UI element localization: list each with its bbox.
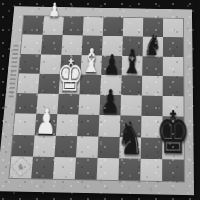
square-a5[interactable] — [17, 73, 39, 93]
square-e8[interactable] — [103, 17, 124, 36]
file-label-b: b — [40, 183, 43, 189]
file-label-c: c — [62, 183, 65, 189]
square-f8[interactable] — [123, 18, 143, 37]
square-c1[interactable] — [53, 157, 76, 179]
black-pawn-e5[interactable]: ♟ — [103, 51, 120, 78]
square-d8[interactable] — [83, 17, 104, 36]
square-a2[interactable] — [11, 134, 34, 156]
file-labels: abcdefgh — [8, 180, 184, 194]
photo-scene: ♞ ♟♞♝♟♝♚♟♟♞♚ abcdefgh 87654321 — [0, 0, 200, 200]
square-c3[interactable] — [56, 114, 78, 135]
square-d2[interactable] — [76, 136, 98, 158]
file-label-f: f — [128, 185, 131, 191]
black-knight-f1[interactable]: ♞ — [116, 116, 144, 162]
white-pawn-b2[interactable]: ♟ — [34, 103, 58, 139]
square-a7[interactable] — [21, 35, 43, 54]
square-h6[interactable] — [163, 56, 184, 76]
rank-label-8: 8 — [187, 26, 190, 31]
white-king-c4[interactable]: ♚ — [55, 53, 85, 98]
square-h7[interactable] — [163, 37, 183, 57]
black-bishop-f5[interactable]: ♝ — [122, 45, 143, 79]
file-label-e: e — [106, 184, 109, 190]
black-knight-g6[interactable]: ♞ — [144, 31, 162, 60]
square-a8[interactable] — [22, 16, 44, 35]
square-c2[interactable] — [54, 135, 77, 157]
logo-knight-icon: ♞ — [17, 163, 26, 172]
rank-label-7: 7 — [187, 45, 190, 50]
square-g5[interactable] — [142, 75, 163, 95]
square-b1[interactable] — [31, 156, 54, 178]
file-label-h: h — [171, 186, 174, 192]
file-label-a: a — [18, 182, 21, 188]
rank-label-5: 5 — [187, 84, 190, 89]
square-a4[interactable] — [15, 93, 38, 114]
board-corner-logo: ♞ — [10, 156, 32, 177]
rank-label-1: 1 — [188, 168, 191, 174]
rank-label-6: 6 — [187, 64, 190, 69]
square-a3[interactable] — [13, 114, 36, 135]
black-king-h1[interactable]: ♚ — [156, 104, 191, 163]
chess-mat: ♞ ♟♞♝♟♝♚♟♟♞♚ abcdefgh 87654321 — [0, 6, 194, 195]
square-a6[interactable] — [19, 54, 41, 74]
square-c8[interactable] — [63, 17, 84, 36]
white-pawn-b8[interactable]: ♟ — [48, 1, 61, 20]
square-d3[interactable] — [77, 115, 99, 136]
square-h8[interactable] — [163, 18, 183, 37]
file-label-d: d — [84, 184, 87, 190]
square-h5[interactable] — [163, 76, 184, 96]
square-a1[interactable]: ♞ — [9, 156, 33, 178]
square-d1[interactable] — [75, 157, 98, 179]
file-label-g: g — [150, 185, 153, 191]
